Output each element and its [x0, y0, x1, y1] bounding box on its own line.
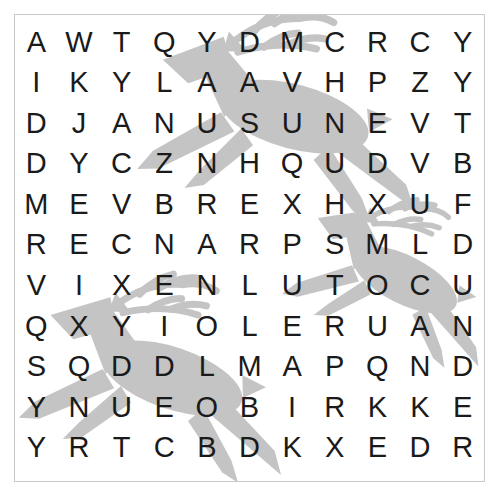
- grid-cell[interactable]: N: [313, 103, 356, 144]
- grid-cell[interactable]: P: [356, 63, 399, 104]
- grid-cell[interactable]: X: [58, 306, 101, 347]
- grid-cell[interactable]: N: [58, 387, 101, 428]
- grid-cell[interactable]: Y: [58, 144, 101, 185]
- grid-cell[interactable]: V: [399, 144, 442, 185]
- grid-cell[interactable]: Z: [399, 63, 442, 104]
- grid-cell[interactable]: V: [399, 103, 442, 144]
- grid-cell[interactable]: M: [356, 225, 399, 266]
- grid-cell[interactable]: E: [356, 103, 399, 144]
- grid-cell[interactable]: E: [58, 184, 101, 225]
- word-search-board: AWTQYDMCRCYIKYLAAVHPZYDJANUSUNEVTDYCZNHQ…: [14, 14, 485, 482]
- grid-cell[interactable]: K: [356, 387, 399, 428]
- grid-cell[interactable]: R: [58, 427, 101, 468]
- grid-cell[interactable]: U: [271, 265, 314, 306]
- grid-cell[interactable]: E: [356, 427, 399, 468]
- grid-cell[interactable]: B: [186, 427, 229, 468]
- grid-cell[interactable]: U: [100, 387, 143, 428]
- grid-cell[interactable]: U: [441, 265, 484, 306]
- grid-cell[interactable]: A: [186, 225, 229, 266]
- grid-cell[interactable]: V: [15, 265, 58, 306]
- grid-cell[interactable]: U: [186, 103, 229, 144]
- grid-cell[interactable]: P: [271, 225, 314, 266]
- grid-cell[interactable]: Y: [441, 63, 484, 104]
- grid-cell[interactable]: R: [313, 387, 356, 428]
- grid-cell[interactable]: O: [186, 387, 229, 428]
- grid-cell[interactable]: C: [399, 22, 442, 63]
- grid-cell[interactable]: D: [441, 225, 484, 266]
- grid-cell[interactable]: C: [143, 427, 186, 468]
- grid-cell[interactable]: X: [356, 184, 399, 225]
- grid-cell[interactable]: T: [100, 427, 143, 468]
- grid-cell[interactable]: H: [228, 144, 271, 185]
- grid-cell[interactable]: Q: [356, 346, 399, 387]
- grid-cell[interactable]: H: [313, 184, 356, 225]
- grid-cell[interactable]: N: [186, 144, 229, 185]
- grid-cell[interactable]: K: [271, 427, 314, 468]
- grid-cell[interactable]: E: [271, 306, 314, 347]
- grid-cell[interactable]: Y: [186, 22, 229, 63]
- grid-cell[interactable]: X: [100, 265, 143, 306]
- grid-cell[interactable]: E: [58, 225, 101, 266]
- grid-cell[interactable]: Y: [15, 387, 58, 428]
- grid-cell[interactable]: I: [58, 265, 101, 306]
- grid-cell[interactable]: U: [313, 144, 356, 185]
- grid-cell[interactable]: X: [271, 184, 314, 225]
- grid-cell[interactable]: A: [228, 63, 271, 104]
- grid-cell[interactable]: I: [15, 63, 58, 104]
- grid-cell[interactable]: O: [356, 265, 399, 306]
- grid-cell[interactable]: Y: [100, 306, 143, 347]
- grid-cell[interactable]: D: [228, 427, 271, 468]
- grid-cell[interactable]: E: [441, 387, 484, 428]
- grid-cell[interactable]: V: [271, 63, 314, 104]
- grid-cell[interactable]: B: [143, 184, 186, 225]
- grid-cell[interactable]: R: [313, 306, 356, 347]
- grid-cell[interactable]: Q: [15, 306, 58, 347]
- grid-cell[interactable]: L: [143, 63, 186, 104]
- grid-cell[interactable]: D: [15, 103, 58, 144]
- grid-cell[interactable]: Q: [271, 144, 314, 185]
- grid-cell[interactable]: W: [58, 22, 101, 63]
- grid-cell[interactable]: N: [399, 346, 442, 387]
- grid-cell[interactable]: N: [186, 265, 229, 306]
- grid-cell[interactable]: B: [441, 144, 484, 185]
- grid-cell[interactable]: L: [228, 306, 271, 347]
- grid-cell[interactable]: I: [143, 306, 186, 347]
- grid-cell[interactable]: N: [441, 306, 484, 347]
- grid-cell[interactable]: I: [271, 387, 314, 428]
- grid-cell[interactable]: K: [399, 387, 442, 428]
- grid-cell[interactable]: Y: [100, 63, 143, 104]
- grid-cell[interactable]: R: [441, 427, 484, 468]
- grid-cell[interactable]: T: [441, 103, 484, 144]
- grid-cell[interactable]: C: [100, 144, 143, 185]
- grid-cell[interactable]: L: [399, 225, 442, 266]
- grid-cell[interactable]: T: [313, 265, 356, 306]
- grid-cell[interactable]: Q: [58, 346, 101, 387]
- grid-cell[interactable]: A: [186, 63, 229, 104]
- word-search-grid: AWTQYDMCRCYIKYLAAVHPZYDJANUSUNEVTDYCZNHQ…: [15, 15, 484, 481]
- grid-cell[interactable]: S: [228, 103, 271, 144]
- grid-cell[interactable]: D: [15, 144, 58, 185]
- grid-cell[interactable]: U: [271, 103, 314, 144]
- grid-cell[interactable]: A: [271, 346, 314, 387]
- grid-cell[interactable]: A: [15, 22, 58, 63]
- grid-cell[interactable]: E: [143, 265, 186, 306]
- grid-cell[interactable]: D: [356, 144, 399, 185]
- grid-cell[interactable]: S: [313, 225, 356, 266]
- grid-cell[interactable]: U: [356, 306, 399, 347]
- grid-cell[interactable]: Z: [143, 144, 186, 185]
- grid-cell[interactable]: D: [399, 427, 442, 468]
- grid-cell[interactable]: P: [313, 346, 356, 387]
- grid-cell[interactable]: H: [313, 63, 356, 104]
- grid-cell[interactable]: O: [186, 306, 229, 347]
- grid-cell[interactable]: R: [186, 184, 229, 225]
- grid-cell[interactable]: Y: [15, 427, 58, 468]
- grid-cell[interactable]: D: [228, 22, 271, 63]
- grid-cell[interactable]: D: [143, 346, 186, 387]
- grid-cell[interactable]: D: [441, 346, 484, 387]
- grid-cell[interactable]: M: [15, 184, 58, 225]
- grid-cell[interactable]: D: [100, 346, 143, 387]
- grid-cell[interactable]: B: [228, 387, 271, 428]
- grid-cell[interactable]: T: [100, 22, 143, 63]
- grid-cell[interactable]: C: [100, 225, 143, 266]
- grid-cell[interactable]: E: [228, 184, 271, 225]
- grid-cell[interactable]: A: [399, 306, 442, 347]
- grid-cell[interactable]: N: [143, 103, 186, 144]
- grid-cell[interactable]: Q: [143, 22, 186, 63]
- grid-cell[interactable]: M: [228, 346, 271, 387]
- grid-cell[interactable]: N: [143, 225, 186, 266]
- grid-cell[interactable]: A: [100, 103, 143, 144]
- grid-cell[interactable]: R: [15, 225, 58, 266]
- grid-cell[interactable]: L: [228, 265, 271, 306]
- grid-cell[interactable]: S: [15, 346, 58, 387]
- grid-cell[interactable]: X: [313, 427, 356, 468]
- grid-cell[interactable]: L: [186, 346, 229, 387]
- grid-cell[interactable]: R: [356, 22, 399, 63]
- grid-cell[interactable]: Y: [441, 22, 484, 63]
- grid-cell[interactable]: E: [143, 387, 186, 428]
- grid-cell[interactable]: F: [441, 184, 484, 225]
- grid-cell[interactable]: R: [228, 225, 271, 266]
- grid-cell[interactable]: V: [100, 184, 143, 225]
- grid-cell[interactable]: U: [399, 184, 442, 225]
- grid-cell[interactable]: M: [271, 22, 314, 63]
- grid-cell[interactable]: J: [58, 103, 101, 144]
- grid-cell[interactable]: C: [399, 265, 442, 306]
- grid-cell[interactable]: K: [58, 63, 101, 104]
- grid-cell[interactable]: C: [313, 22, 356, 63]
